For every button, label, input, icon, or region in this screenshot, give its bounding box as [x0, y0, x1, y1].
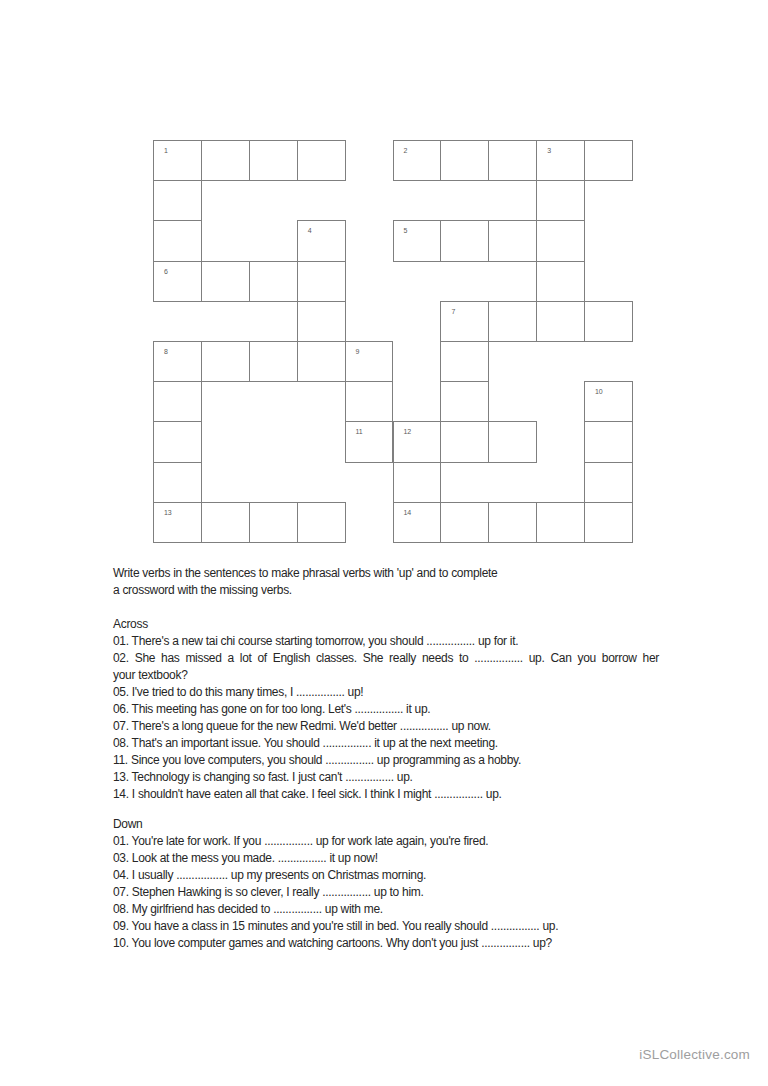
crossword-cell[interactable] [440, 502, 489, 543]
across-clue: 14. I shouldn't have eaten all that cake… [113, 786, 659, 803]
down-clue: 03. Look at the mess you made. .........… [113, 850, 659, 867]
crossword-cell[interactable]: 12 [393, 421, 442, 462]
clue-number: 10 [595, 388, 632, 395]
crossword-cell[interactable]: 5 [393, 220, 442, 261]
crossword-cell[interactable]: 4 [297, 220, 346, 261]
crossword-cell[interactable] [153, 421, 202, 462]
crossword-cell[interactable] [201, 261, 250, 302]
down-clue-list: 01. You're late for work. If you .......… [113, 833, 659, 952]
crossword-cell[interactable]: 6 [153, 261, 202, 302]
crossword-cell[interactable] [297, 301, 346, 342]
clue-number: 9 [356, 348, 393, 355]
crossword-cell[interactable]: 11 [345, 421, 394, 462]
down-clue: 01. You're late for work. If you .......… [113, 833, 659, 850]
footer-brand: iSLCollective.com [639, 1047, 750, 1063]
crossword-cell[interactable] [249, 341, 298, 382]
across-clue: 02. She has missed a lot of English clas… [113, 650, 659, 667]
clues-block: Write verbs in the sentences to make phr… [113, 565, 659, 952]
crossword-cell[interactable] [201, 502, 250, 543]
crossword-cell[interactable] [297, 140, 346, 181]
clue-number: 6 [164, 268, 201, 275]
down-clue: 04. I usually ................. up my pr… [113, 867, 659, 884]
crossword-grid: 1234567891011121314 [153, 140, 633, 543]
crossword-cell[interactable] [393, 462, 442, 503]
crossword-cell[interactable] [440, 220, 489, 261]
crossword-cell[interactable] [584, 502, 633, 543]
crossword-cell[interactable] [488, 502, 537, 543]
crossword-cell[interactable] [488, 220, 537, 261]
clue-number: 2 [404, 147, 441, 154]
crossword-cell[interactable] [584, 301, 633, 342]
down-heading: Down [113, 816, 659, 833]
clue-number: 5 [404, 227, 441, 234]
crossword-cell[interactable]: 14 [393, 502, 442, 543]
crossword-cell[interactable] [153, 220, 202, 261]
crossword-cell[interactable] [584, 140, 633, 181]
clue-number: 8 [164, 348, 201, 355]
crossword-cell[interactable] [153, 381, 202, 422]
crossword-cell[interactable]: 9 [345, 341, 394, 382]
across-clue: 05. I've tried to do this many times, I … [113, 684, 659, 701]
crossword-cell[interactable] [440, 421, 489, 462]
crossword-cell[interactable] [440, 381, 489, 422]
across-clue: 11. Since you love computers, you should… [113, 752, 659, 769]
crossword-cell[interactable] [297, 341, 346, 382]
crossword-cell[interactable] [488, 140, 537, 181]
crossword-cell[interactable] [201, 140, 250, 181]
across-heading: Across [113, 616, 659, 633]
crossword-cell[interactable] [297, 261, 346, 302]
crossword-cell[interactable] [440, 140, 489, 181]
across-clue: your textbook? [113, 667, 659, 684]
across-clue: 01. There's a new tai chi course startin… [113, 633, 659, 650]
down-clue: 07. Stephen Hawking is so clever, I real… [113, 884, 659, 901]
crossword-cell[interactable] [536, 502, 585, 543]
down-clue: 08. My girlfriend has decided to .......… [113, 901, 659, 918]
across-clue-list: 01. There's a new tai chi course startin… [113, 633, 659, 803]
crossword-cell[interactable]: 3 [536, 140, 585, 181]
down-clue: 09. You have a class in 15 minutes and y… [113, 918, 659, 935]
worksheet-page: 1234567891011121314 Write verbs in the s… [0, 0, 768, 1086]
crossword-cell[interactable]: 13 [153, 502, 202, 543]
crossword-cell[interactable] [488, 301, 537, 342]
clue-number: 1 [164, 147, 201, 154]
crossword-cell[interactable] [249, 502, 298, 543]
crossword-cell[interactable] [249, 140, 298, 181]
crossword-cell[interactable] [201, 341, 250, 382]
crossword-cell[interactable]: 10 [584, 381, 633, 422]
crossword-cell[interactable] [153, 462, 202, 503]
crossword-cell[interactable] [536, 301, 585, 342]
clue-number: 14 [404, 509, 441, 516]
clue-number: 13 [164, 509, 201, 516]
crossword-cell[interactable] [249, 261, 298, 302]
crossword-cell[interactable] [440, 341, 489, 382]
across-clue: 08. That's an important issue. You shoul… [113, 735, 659, 752]
crossword-cell[interactable] [297, 502, 346, 543]
clue-number: 11 [356, 428, 393, 435]
crossword-cell[interactable]: 8 [153, 341, 202, 382]
clue-number: 12 [404, 428, 441, 435]
crossword-cell[interactable] [488, 421, 537, 462]
crossword-cell[interactable]: 7 [440, 301, 489, 342]
crossword-cell[interactable] [153, 180, 202, 221]
down-clue: 10. You love computer games and watching… [113, 935, 659, 952]
across-clue: 07. There's a long queue for the new Red… [113, 718, 659, 735]
across-clue: 06. This meeting has gone on for too lon… [113, 701, 659, 718]
clue-number: 7 [451, 308, 488, 315]
instructions-line-2: a crossword with the missing verbs. [113, 582, 659, 599]
instructions-line-1: Write verbs in the sentences to make phr… [113, 565, 659, 582]
clue-number: 4 [308, 227, 345, 234]
crossword-cell[interactable]: 1 [153, 140, 202, 181]
crossword-cell[interactable] [584, 462, 633, 503]
crossword-cell[interactable]: 2 [393, 140, 442, 181]
crossword-cell[interactable] [536, 180, 585, 221]
crossword-cell[interactable] [345, 381, 394, 422]
crossword-cell[interactable] [536, 261, 585, 302]
crossword-cell[interactable] [584, 421, 633, 462]
crossword-cell[interactable] [536, 220, 585, 261]
clue-number: 3 [547, 147, 584, 154]
across-clue: 13. Technology is changing so fast. I ju… [113, 769, 659, 786]
